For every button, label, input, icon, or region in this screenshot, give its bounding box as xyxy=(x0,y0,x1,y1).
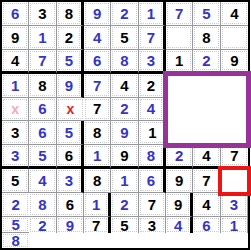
cell-r3c8[interactable]: 2 xyxy=(193,50,220,74)
cell-r8c4[interactable]: 2 xyxy=(111,193,138,217)
digit: 5 xyxy=(11,173,19,188)
cell-r7c6[interactable]: 6 xyxy=(139,169,166,193)
digit: 1 xyxy=(230,218,238,233)
cell-r1c1[interactable]: 6 xyxy=(2,2,29,26)
digit: 2 xyxy=(202,53,210,68)
digit: 7 xyxy=(93,101,101,116)
digit: 3 xyxy=(148,218,156,233)
cell-r2c9[interactable] xyxy=(221,26,248,50)
digit: 3 xyxy=(65,173,73,188)
cell-r8c6[interactable]: 9 xyxy=(166,193,193,217)
cell-r5c7[interactable]: 8 xyxy=(84,121,111,145)
cell-r4c9[interactable]: x xyxy=(57,98,84,122)
digit: 2 xyxy=(175,148,183,163)
cell-r5c4[interactable]: 3 xyxy=(2,121,29,145)
digit: 4 xyxy=(202,197,210,212)
cell-r1c5[interactable]: 2 xyxy=(111,2,138,26)
cell-r7c5[interactable]: 1 xyxy=(111,169,138,193)
digit: 8 xyxy=(93,125,101,140)
cell-r1c9[interactable]: 4 xyxy=(221,2,248,26)
digit: 5 xyxy=(202,6,210,21)
cell-r9c5[interactable]: 3 xyxy=(139,217,166,233)
cell-r9c1[interactable]: 2 xyxy=(29,217,56,233)
digit: 7 xyxy=(175,6,183,21)
digit: 1 xyxy=(175,53,183,68)
digit: 5 xyxy=(65,125,73,140)
digit: 5 xyxy=(120,30,128,45)
digit: 6 xyxy=(38,125,46,140)
sudoku-board: 6389217549124578475683129189742x6x724365… xyxy=(0,0,250,250)
cell-r6c5[interactable]: 9 xyxy=(111,145,138,169)
cell-r5c5[interactable]: 6 xyxy=(29,121,56,145)
cell-r6c3[interactable]: 6 xyxy=(57,145,84,169)
cell-r5c3[interactable]: 4 xyxy=(139,98,166,122)
cell-r4c7[interactable]: x xyxy=(2,98,29,122)
digit: 5 xyxy=(65,53,73,68)
cell-r8c1[interactable]: 8 xyxy=(29,193,56,217)
cell-r6c4[interactable]: 1 xyxy=(84,145,111,169)
cell-r4c3[interactable]: 9 xyxy=(57,74,84,98)
digit: 7 xyxy=(92,218,100,233)
digit: 1 xyxy=(148,125,156,140)
cell-r8c9[interactable]: 5 xyxy=(2,217,29,233)
digit: 9 xyxy=(65,78,73,93)
digit: 7 xyxy=(148,197,156,212)
digit: 2 xyxy=(11,197,19,212)
digit: 7 xyxy=(147,30,155,45)
digit: 9 xyxy=(230,53,238,68)
digit: 6 xyxy=(11,6,19,21)
digit: 1 xyxy=(11,78,19,93)
digit: 4 xyxy=(38,173,46,188)
cell-r2c1[interactable]: 9 xyxy=(2,26,29,50)
digit: 7 xyxy=(230,148,238,163)
digit: 7 xyxy=(93,78,101,93)
cell-r2c2[interactable]: 1 xyxy=(29,26,56,50)
cell-r7c1[interactable]: 5 xyxy=(2,169,29,193)
cell-r4c5[interactable]: 4 xyxy=(111,74,138,98)
cell-r1c2[interactable]: 3 xyxy=(29,2,56,26)
cell-r5c2[interactable]: 2 xyxy=(111,98,138,122)
digit: 7 xyxy=(202,173,210,188)
digit: 3 xyxy=(147,53,155,68)
digit: 2 xyxy=(65,30,73,45)
digit: 2 xyxy=(120,101,128,116)
highlight-purple-box xyxy=(163,71,251,149)
cell-r2c5[interactable]: 5 xyxy=(111,26,138,50)
digit: 6 xyxy=(38,101,46,116)
cell-r9c9[interactable]: 8 xyxy=(2,233,29,248)
digit: 9 xyxy=(120,125,128,140)
cell-r3c7[interactable]: 1 xyxy=(166,50,193,74)
highlight-red-cell xyxy=(218,166,251,196)
digit: 1 xyxy=(120,173,128,188)
digit: 6 xyxy=(202,218,210,233)
digit: 1 xyxy=(92,197,100,212)
cell-r5c6[interactable]: 5 xyxy=(57,121,84,145)
cell-r7c9[interactable]: 2 xyxy=(2,193,29,217)
cell-r8c7[interactable]: 4 xyxy=(193,193,220,217)
cell-r1c8[interactable]: 5 xyxy=(193,2,220,26)
cell-r1c7[interactable]: 7 xyxy=(166,2,193,26)
digit: 1 xyxy=(38,30,46,45)
digit: 6 xyxy=(93,53,101,68)
cell-r6c8[interactable]: 4 xyxy=(193,145,220,169)
cell-r9c8[interactable]: 1 xyxy=(221,217,248,233)
digit: 6 xyxy=(65,148,73,163)
digit: 8 xyxy=(202,30,210,45)
digit: 4 xyxy=(11,53,19,68)
digit: 3 xyxy=(38,6,46,21)
x-mark: x xyxy=(11,102,19,116)
cell-r6c6[interactable]: 8 xyxy=(139,145,166,169)
digit: 4 xyxy=(147,101,155,116)
digit: 8 xyxy=(65,6,73,21)
digit: 8 xyxy=(120,53,128,68)
cell-r3c4[interactable]: 6 xyxy=(84,50,111,74)
digit: 3 xyxy=(11,148,19,163)
digit: 8 xyxy=(147,148,155,163)
cell-r7c2[interactable]: 4 xyxy=(29,169,56,193)
digit: 9 xyxy=(11,30,19,45)
cell-r3c5[interactable]: 8 xyxy=(111,50,138,74)
digit: 1 xyxy=(147,6,155,21)
cell-r6c1[interactable]: 3 xyxy=(2,145,29,169)
digit: 4 xyxy=(230,6,238,21)
cell-r7c4[interactable]: 8 xyxy=(84,169,111,193)
cell-r9c4[interactable]: 5 xyxy=(111,217,138,233)
cell-r1c4[interactable]: 9 xyxy=(84,2,111,26)
cell-r9c7[interactable]: 6 xyxy=(193,217,220,233)
cell-r1c6[interactable]: 1 xyxy=(139,2,166,26)
digit: 3 xyxy=(230,197,238,212)
digit: 5 xyxy=(120,218,128,233)
digit: 3 xyxy=(11,125,19,140)
cell-r2c4[interactable]: 4 xyxy=(84,26,111,50)
x-mark: x xyxy=(66,102,74,116)
digit: 5 xyxy=(11,217,19,232)
digit: 8 xyxy=(11,233,19,248)
cell-r2c3[interactable]: 2 xyxy=(57,26,84,50)
cell-r3c6[interactable]: 3 xyxy=(139,50,166,74)
cell-r3c9[interactable]: 9 xyxy=(221,50,248,74)
digit: 8 xyxy=(38,78,46,93)
digit: 9 xyxy=(120,148,128,163)
cell-r2c7[interactable] xyxy=(166,26,193,50)
cell-r3c1[interactable]: 4 xyxy=(2,50,29,74)
cell-r8c5[interactable]: 7 xyxy=(139,193,166,217)
digit: 4 xyxy=(202,148,210,163)
digit: 6 xyxy=(147,173,155,188)
digit: 7 xyxy=(38,53,46,68)
cell-r8c3[interactable]: 1 xyxy=(84,193,111,217)
digit: 6 xyxy=(66,197,74,212)
cell-r3c2[interactable]: 7 xyxy=(29,50,56,74)
digit: 2 xyxy=(120,6,128,21)
cell-r9c3[interactable]: 7 xyxy=(84,217,111,233)
digit: 9 xyxy=(66,218,74,233)
cell-r9c6[interactable]: 4 xyxy=(166,217,193,233)
cell-r4c8[interactable]: 6 xyxy=(29,98,56,122)
cell-r5c8[interactable]: 9 xyxy=(111,121,138,145)
digit: 2 xyxy=(38,218,46,233)
cell-r4c6[interactable]: 2 xyxy=(139,74,166,98)
cell-r5c9[interactable]: 1 xyxy=(139,121,166,145)
digit: 9 xyxy=(174,197,182,212)
cell-r6c2[interactable]: 5 xyxy=(29,145,56,169)
digit: 8 xyxy=(93,173,101,188)
cell-r2c6[interactable]: 7 xyxy=(139,26,166,50)
cell-r7c8[interactable]: 7 xyxy=(193,169,220,193)
digit: 5 xyxy=(38,148,46,163)
cell-r4c2[interactable]: 8 xyxy=(29,74,56,98)
digit: 4 xyxy=(174,218,182,233)
cell-r4c4[interactable]: 7 xyxy=(84,74,111,98)
cell-r2c8[interactable]: 8 xyxy=(193,26,220,50)
digit: 1 xyxy=(93,148,101,163)
cell-r8c8[interactable]: 3 xyxy=(221,193,248,217)
cell-r5c1[interactable]: 7 xyxy=(84,98,111,122)
digit: 4 xyxy=(120,78,128,93)
digit: 2 xyxy=(120,197,128,212)
cell-r7c7[interactable]: 9 xyxy=(166,169,193,193)
digit: 4 xyxy=(93,30,101,45)
cell-r8c2[interactable]: 6 xyxy=(57,193,84,217)
cell-r3c3[interactable]: 5 xyxy=(57,50,84,74)
digit: 8 xyxy=(38,197,46,212)
digit: 9 xyxy=(93,6,101,21)
cell-r6c7[interactable]: 2 xyxy=(166,145,193,169)
digit: 2 xyxy=(147,78,155,93)
cell-r6c9[interactable]: 7 xyxy=(221,145,248,169)
digit: 9 xyxy=(175,173,183,188)
cell-r1c3[interactable]: 8 xyxy=(57,2,84,26)
cell-r9c2[interactable]: 9 xyxy=(57,217,84,233)
cell-r7c3[interactable]: 3 xyxy=(57,169,84,193)
cell-r4c1[interactable]: 1 xyxy=(2,74,29,98)
